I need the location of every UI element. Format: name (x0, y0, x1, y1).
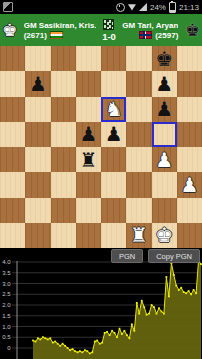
cell-signal-icon (139, 3, 147, 11)
eval-point (91, 351, 93, 353)
eval-point (94, 341, 96, 343)
square-c1[interactable] (51, 223, 76, 248)
square-c3[interactable] (51, 172, 76, 197)
eval-point (104, 332, 106, 334)
eval-point (131, 323, 133, 325)
square-g1[interactable]: ♚ (152, 223, 177, 248)
eval-point (163, 313, 165, 315)
game-header: ♚ GM Sasikiran, Kris... (2671) 1-0 GM Ta… (0, 14, 202, 46)
square-h2[interactable] (177, 198, 202, 223)
eval-point (72, 348, 74, 350)
battery-percent: 24% (150, 3, 166, 12)
square-e1[interactable] (101, 223, 126, 248)
square-a2[interactable] (0, 198, 25, 223)
eval-point (158, 307, 160, 309)
white-player-rating: (2671) (24, 31, 47, 40)
square-b2[interactable] (25, 198, 50, 223)
eval-point (32, 340, 34, 342)
ytick-4.0: 4.0 (2, 259, 11, 265)
eval-point (121, 333, 123, 335)
square-a6[interactable] (0, 97, 25, 122)
square-a3[interactable] (0, 172, 25, 197)
eval-point (156, 313, 158, 315)
eval-point (87, 350, 89, 352)
ytick-0: 0 (7, 345, 11, 351)
eval-point (183, 291, 185, 293)
square-d8[interactable] (76, 46, 101, 71)
white-player-block[interactable]: GM Sasikiran, Kris... (2671) (24, 21, 96, 40)
square-e2[interactable] (101, 198, 126, 223)
eval-point (101, 342, 103, 344)
square-a5[interactable] (0, 122, 25, 147)
eval-point (109, 334, 111, 336)
india-flag-icon (50, 31, 63, 39)
eval-point (143, 306, 145, 308)
wifi-icon (128, 4, 136, 11)
game-result: 1-0 (102, 31, 116, 42)
eval-point (45, 337, 47, 339)
white-pawn-g4: ♟ (155, 150, 173, 170)
copy-pgn-button[interactable]: Copy PGN (148, 249, 200, 263)
eval-point (190, 293, 192, 295)
alarm-icon (116, 3, 125, 12)
eval-point (69, 349, 71, 351)
clock-time: 21:13 (179, 3, 199, 12)
eval-point (77, 351, 79, 353)
square-f7[interactable] (126, 71, 151, 96)
square-b5[interactable] (25, 122, 50, 147)
eval-point (161, 311, 163, 313)
square-e7[interactable] (101, 71, 126, 96)
ytick-3.5: 3.5 (2, 270, 11, 276)
square-c4[interactable] (51, 147, 76, 172)
eval-point (119, 328, 121, 330)
square-a4[interactable] (0, 147, 25, 172)
mini-board-icon (103, 19, 114, 30)
square-e4[interactable] (101, 147, 126, 172)
square-f1[interactable]: ♜ (126, 223, 151, 248)
eval-point (62, 343, 64, 345)
square-h3[interactable]: ♟ (177, 172, 202, 197)
black-player-block[interactable]: GM Tari, Aryan (2597) (122, 21, 178, 40)
eval-point (111, 330, 113, 332)
white-player-name: GM Sasikiran, Kris... (24, 21, 96, 30)
eval-point (173, 274, 175, 276)
white-king-g1: ♚ (155, 225, 173, 245)
square-b8[interactable] (25, 46, 50, 71)
square-c8[interactable] (51, 46, 76, 71)
eval-point (64, 345, 66, 347)
eval-point (49, 337, 51, 339)
eval-point (151, 304, 153, 306)
square-h8[interactable] (177, 46, 202, 71)
eval-point (40, 339, 42, 341)
eval-point (57, 343, 59, 345)
square-d5[interactable]: ♟ (76, 122, 101, 147)
square-g2[interactable] (152, 198, 177, 223)
eval-point (106, 331, 108, 333)
square-g7[interactable]: ♟ (152, 71, 177, 96)
ytick-3.0: 3.0 (2, 281, 11, 287)
eval-point (195, 292, 197, 294)
square-d2[interactable] (76, 198, 101, 223)
white-king-icon: ♚ (2, 14, 17, 46)
eval-point (96, 340, 98, 342)
square-a7[interactable] (0, 71, 25, 96)
square-e6[interactable]: ♞ (101, 97, 126, 122)
square-f3[interactable] (126, 172, 151, 197)
eval-point (54, 341, 56, 343)
eval-point (200, 263, 202, 265)
square-b4[interactable] (25, 147, 50, 172)
square-d6[interactable] (76, 97, 101, 122)
black-pawn-e5: ♟ (105, 124, 123, 144)
square-h6[interactable] (177, 97, 202, 122)
square-h7[interactable] (177, 71, 202, 96)
black-pawn-g6: ♟ (155, 99, 173, 119)
eval-point (89, 353, 91, 355)
bottom-panel: PGN Copy PGN 4.03.53.02.52.01.51.00.50 (0, 248, 202, 359)
square-h4[interactable] (177, 147, 202, 172)
eval-point (133, 330, 135, 332)
eval-point (114, 332, 116, 334)
eval-point (35, 341, 37, 343)
eval-point (146, 314, 148, 316)
eval-point (47, 339, 49, 341)
square-g3[interactable] (152, 172, 177, 197)
battery-icon (169, 2, 176, 13)
eval-point (99, 343, 101, 345)
eval-point (124, 330, 126, 332)
chess-board[interactable]: ♚♟♟♞♟♟♟♜♟♟♜♚ (0, 46, 202, 248)
eval-point (84, 349, 86, 351)
square-f8[interactable] (126, 46, 151, 71)
eval-point (74, 350, 76, 352)
eval-point (79, 350, 81, 352)
square-a1[interactable] (0, 223, 25, 248)
eval-point (138, 313, 140, 315)
square-f2[interactable] (126, 198, 151, 223)
eval-point (67, 347, 69, 349)
square-e5[interactable]: ♟ (101, 122, 126, 147)
square-h5[interactable] (177, 122, 202, 147)
eval-point (180, 287, 182, 289)
square-c2[interactable] (51, 198, 76, 223)
square-b3[interactable] (25, 172, 50, 197)
chess-app-screen: 24% 21:13 ♚ GM Sasikiran, Kris... (2671)… (0, 0, 202, 359)
eval-point (37, 337, 39, 339)
white-knight-e6: ♞ (105, 99, 123, 119)
square-b7[interactable]: ♟ (25, 71, 50, 96)
status-bar: 24% 21:13 (0, 0, 202, 14)
square-d1[interactable] (76, 223, 101, 248)
notification-icon (3, 2, 13, 12)
eval-point (141, 300, 143, 302)
eval-point (59, 345, 61, 347)
black-pawn-b7: ♟ (29, 74, 47, 94)
square-d4[interactable]: ♜ (76, 147, 101, 172)
eval-point (175, 285, 177, 287)
result-block: 1-0 (102, 19, 116, 42)
eval-point (116, 336, 118, 338)
black-king-g8: ♚ (155, 49, 173, 69)
pgn-button[interactable]: PGN (111, 249, 143, 263)
square-d7[interactable] (76, 71, 101, 96)
square-c7[interactable] (51, 71, 76, 96)
square-b1[interactable] (25, 223, 50, 248)
ytick-2.5: 2.5 (2, 291, 11, 297)
white-rook-f1: ♜ (130, 225, 148, 245)
eval-point (166, 276, 168, 278)
eval-point (52, 342, 54, 344)
ytick-2.0: 2.0 (2, 302, 11, 308)
square-g4[interactable]: ♟ (152, 147, 177, 172)
square-b6[interactable] (25, 97, 50, 122)
square-a8[interactable] (0, 46, 25, 71)
white-pawn-h3: ♟ (180, 175, 198, 195)
ytick-1.0: 1.0 (2, 324, 11, 330)
square-c5[interactable] (51, 122, 76, 147)
eval-point (42, 336, 44, 338)
square-f4[interactable] (126, 147, 151, 172)
norway-flag-icon (139, 31, 152, 39)
square-h1[interactable] (177, 223, 202, 248)
black-rook-d4: ♜ (79, 150, 97, 170)
square-f6[interactable] (126, 97, 151, 122)
square-c6[interactable] (51, 97, 76, 122)
eval-point (168, 296, 170, 298)
black-king-icon: ♚ (185, 14, 200, 46)
black-pawn-d5: ♟ (79, 124, 97, 144)
black-pawn-g7: ♟ (155, 74, 173, 94)
square-g8[interactable]: ♚ (152, 46, 177, 71)
square-d3[interactable] (76, 172, 101, 197)
black-player-rating: (2597) (155, 31, 178, 40)
square-g6[interactable]: ♟ (152, 97, 177, 122)
black-player-name: GM Tari, Aryan (122, 21, 178, 30)
square-e3[interactable] (101, 172, 126, 197)
square-f5[interactable] (126, 122, 151, 147)
eval-point (129, 337, 131, 339)
eval-point (193, 289, 195, 291)
eval-point (153, 306, 155, 308)
eval-graph[interactable]: 4.03.53.02.52.01.51.00.50 (0, 259, 202, 359)
ytick-0.5: 0.5 (2, 334, 11, 340)
eval-point (178, 289, 180, 291)
eval-point (188, 290, 190, 292)
eval-point (148, 313, 150, 315)
square-e8[interactable] (101, 46, 126, 71)
eval-point (185, 292, 187, 294)
eval-point (136, 302, 138, 304)
eval-point (82, 351, 84, 353)
ytick-1.5: 1.5 (2, 313, 11, 319)
eval-point (126, 334, 128, 336)
square-g5[interactable] (152, 122, 177, 147)
